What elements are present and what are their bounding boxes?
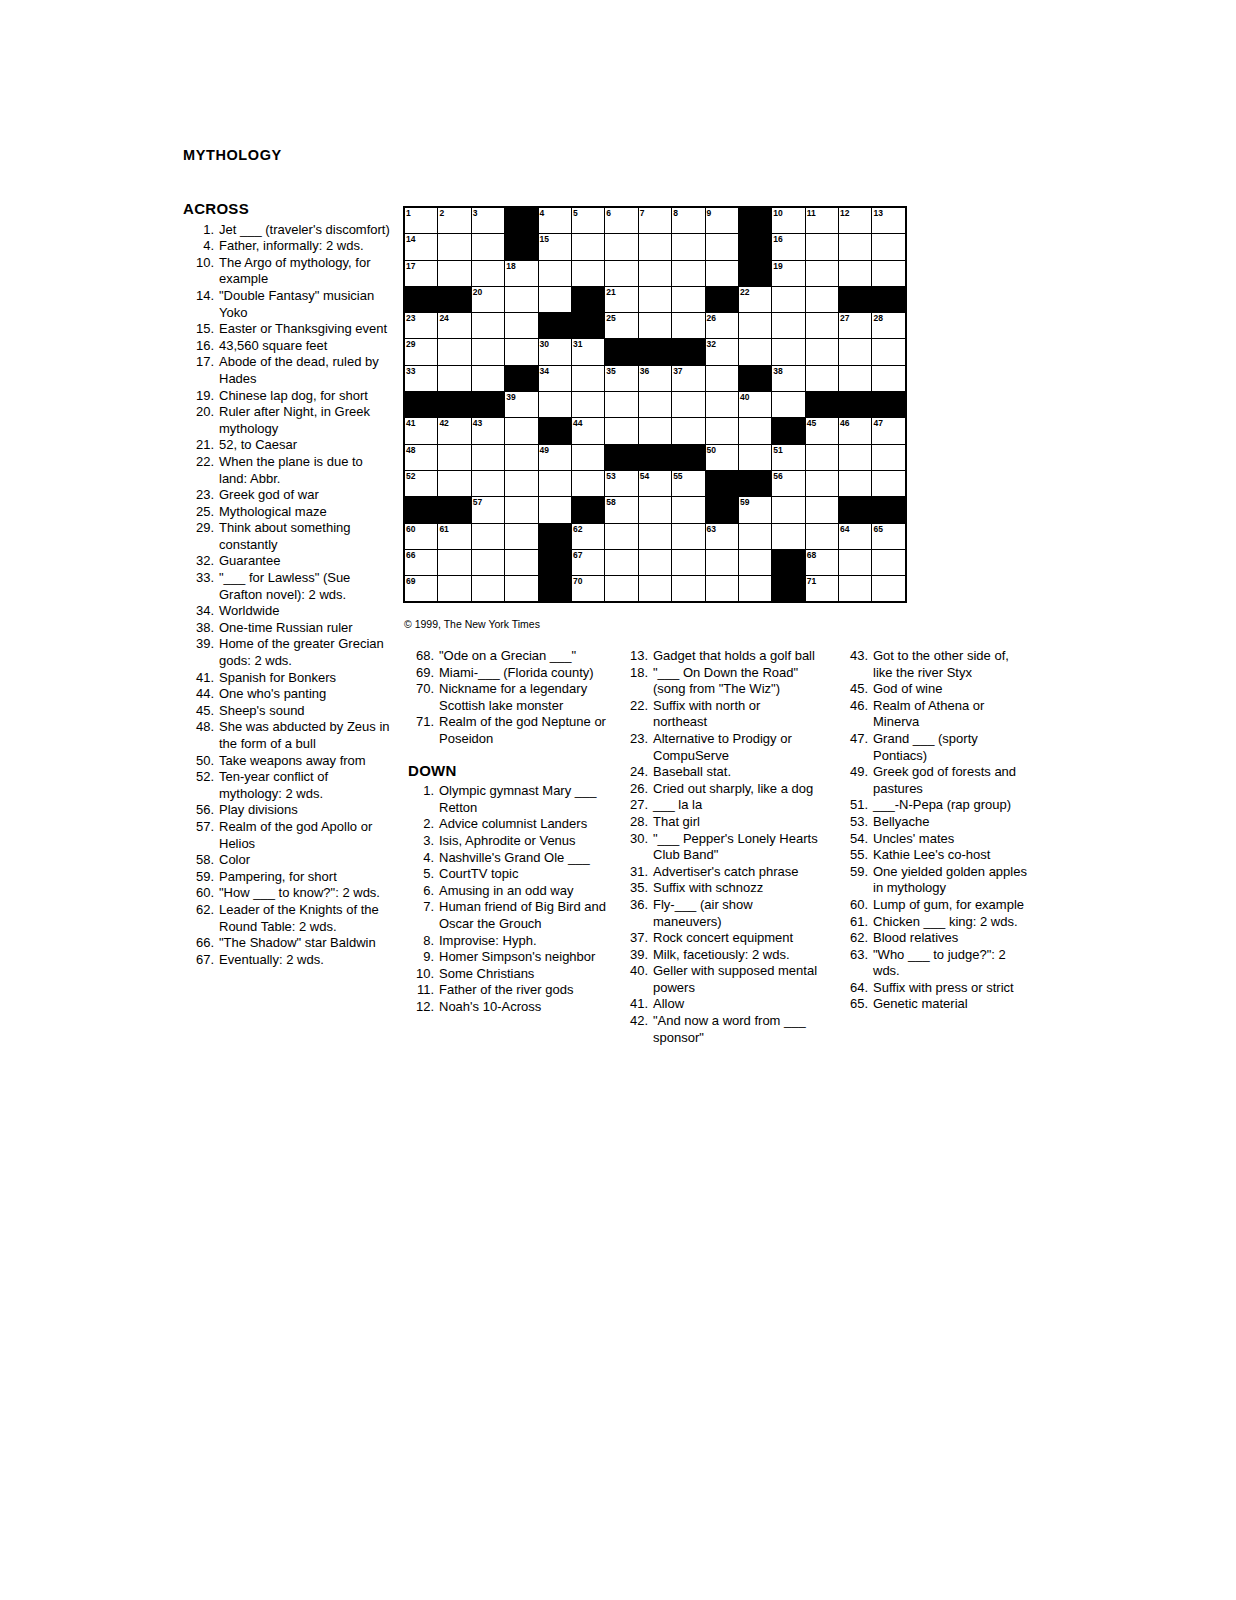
grid-cell[interactable] [872, 576, 904, 601]
grid-cell[interactable]: 58 [605, 497, 637, 522]
clue-number: 54. [842, 831, 873, 848]
clue-text: Bellyache [873, 814, 1030, 831]
down-header: DOWN [408, 763, 606, 780]
clue-item: 16.43,560 square feet [183, 338, 390, 355]
grid-cell[interactable]: 15 [539, 234, 571, 259]
grid-cell[interactable] [572, 366, 604, 391]
grid-cell[interactable] [572, 234, 604, 259]
grid-cell[interactable] [872, 366, 904, 391]
clue-item: 4.Father, informally: 2 wds. [183, 238, 390, 255]
clue-number: 59. [183, 869, 219, 886]
grid-cell[interactable] [839, 576, 871, 601]
clue-number: 32. [183, 553, 219, 570]
grid-cell[interactable] [706, 418, 738, 443]
grid-cell[interactable] [472, 339, 504, 364]
grid-cell[interactable] [639, 524, 671, 549]
clue-item: 59.Pampering, for short [183, 869, 390, 886]
grid-cell[interactable] [772, 497, 804, 522]
grid-cell[interactable]: 21 [605, 287, 637, 312]
black-cell [706, 287, 738, 312]
black-cell [639, 339, 671, 364]
cell-number: 2 [439, 208, 444, 218]
clue-text: Think about something constantly [219, 520, 390, 553]
grid-cell[interactable] [739, 445, 771, 470]
grid-cell[interactable] [505, 550, 537, 575]
grid-cell[interactable] [706, 366, 738, 391]
grid-cell[interactable]: 45 [806, 418, 838, 443]
cell-number: 16 [773, 234, 782, 244]
clue-item: 36.Fly-___ (air show maneuvers) [622, 897, 818, 930]
grid-cell[interactable]: 32 [706, 339, 738, 364]
clue-text: Guarantee [219, 553, 390, 570]
black-cell [605, 339, 637, 364]
clue-item: 14."Double Fantasy" musician Yoko [183, 288, 390, 321]
grid-cell[interactable]: 41 [405, 418, 437, 443]
cell-number: 70 [573, 576, 582, 586]
grid-cell[interactable] [539, 392, 571, 417]
grid-cell[interactable]: 36 [639, 366, 671, 391]
grid-cell[interactable]: 37 [672, 366, 704, 391]
grid-cell[interactable] [639, 497, 671, 522]
grid-cell[interactable]: 71 [806, 576, 838, 601]
grid-cell[interactable] [472, 445, 504, 470]
grid-cell[interactable] [672, 392, 704, 417]
grid-cell[interactable] [672, 497, 704, 522]
grid-cell[interactable]: 67 [572, 550, 604, 575]
clue-number: 37. [622, 930, 653, 947]
clue-text: Advertiser's catch phrase [653, 864, 818, 881]
grid-cell[interactable] [472, 524, 504, 549]
grid-cell[interactable]: 19 [772, 261, 804, 286]
grid-cell[interactable]: 7 [639, 208, 671, 233]
grid-cell[interactable] [839, 550, 871, 575]
cell-number: 48 [406, 445, 415, 455]
grid-cell[interactable]: 27 [839, 313, 871, 338]
grid-cell[interactable]: 6 [605, 208, 637, 233]
cell-number: 53 [606, 471, 615, 481]
cell-number: 6 [606, 208, 611, 218]
grid-cell[interactable] [472, 234, 504, 259]
grid-cell[interactable]: 17 [405, 261, 437, 286]
grid-cell[interactable]: 48 [405, 445, 437, 470]
grid-cell[interactable]: 39 [505, 392, 537, 417]
grid-cell[interactable]: 42 [438, 418, 470, 443]
grid-cell[interactable] [772, 339, 804, 364]
grid-cell[interactable] [438, 550, 470, 575]
grid-cell[interactable] [472, 313, 504, 338]
clue-number: 24. [622, 764, 653, 781]
clue-number: 39. [183, 636, 219, 669]
clue-item: 45.Sheep's sound [183, 703, 390, 720]
clue-text: Play divisions [219, 802, 390, 819]
grid-cell[interactable]: 11 [806, 208, 838, 233]
grid-cell[interactable]: 16 [772, 234, 804, 259]
clue-number: 68. [408, 648, 439, 665]
grid-cell[interactable] [839, 339, 871, 364]
crossword-grid[interactable]: 1234567891011121314151617181920212223242… [403, 206, 907, 603]
grid-cell[interactable] [639, 261, 671, 286]
grid-cell[interactable] [572, 471, 604, 496]
grid-cell[interactable]: 63 [706, 524, 738, 549]
black-cell [806, 392, 838, 417]
clue-item: 47.Grand ___ (sporty Pontiacs) [842, 731, 1030, 764]
clue-text: The Argo of mythology, for example [219, 255, 390, 288]
grid-cell[interactable] [472, 366, 504, 391]
grid-cell[interactable] [806, 287, 838, 312]
clue-item: 27.___ la la [622, 797, 818, 814]
cell-number: 54 [640, 471, 649, 481]
clue-number: 1. [183, 222, 219, 239]
clue-item: 30."___ Pepper's Lonely Hearts Club Band… [622, 831, 818, 864]
grid-cell[interactable] [639, 418, 671, 443]
cell-number: 69 [406, 576, 415, 586]
clue-number: 17. [183, 354, 219, 387]
cell-number: 42 [439, 418, 448, 428]
black-cell [739, 261, 771, 286]
grid-cell[interactable] [572, 445, 604, 470]
grid-cell[interactable] [872, 471, 904, 496]
clue-number: 46. [842, 698, 873, 731]
grid-cell[interactable] [505, 418, 537, 443]
black-cell [472, 392, 504, 417]
cell-number: 25 [606, 313, 615, 323]
clue-item: 62.Leader of the Knights of the Round Ta… [183, 902, 390, 935]
grid-cell[interactable] [672, 261, 704, 286]
grid-cell[interactable] [739, 313, 771, 338]
grid-cell[interactable]: 70 [572, 576, 604, 601]
grid-cell[interactable] [472, 576, 504, 601]
grid-cell[interactable] [572, 261, 604, 286]
clue-number: 21. [183, 437, 219, 454]
grid-cell[interactable] [539, 287, 571, 312]
cell-number: 8 [673, 208, 678, 218]
grid-cell[interactable]: 66 [405, 550, 437, 575]
grid-cell[interactable]: 9 [706, 208, 738, 233]
grid-cell[interactable] [806, 234, 838, 259]
clue-number: 23. [183, 487, 219, 504]
clue-item: 26.Cried out sharply, like a dog [622, 781, 818, 798]
grid-cell[interactable]: 59 [739, 497, 771, 522]
black-cell [872, 497, 904, 522]
grid-cell[interactable] [605, 234, 637, 259]
grid-cell[interactable] [739, 576, 771, 601]
grid-cell[interactable] [739, 418, 771, 443]
clue-item: 25.Mythological maze [183, 504, 390, 521]
grid-cell[interactable]: 51 [772, 445, 804, 470]
grid-cell[interactable] [839, 234, 871, 259]
grid-cell[interactable] [672, 524, 704, 549]
grid-cell[interactable] [806, 313, 838, 338]
grid-cell[interactable]: 25 [605, 313, 637, 338]
grid-cell[interactable] [438, 471, 470, 496]
clue-text: Jet ___ (traveler's discomfort) [219, 222, 390, 239]
clue-text: Alternative to Prodigy or CompuServe [653, 731, 818, 764]
grid-cell[interactable] [639, 287, 671, 312]
clue-number: 44. [183, 686, 219, 703]
grid-cell[interactable]: 62 [572, 524, 604, 549]
clue-text: Suffix with press or strict [873, 980, 1030, 997]
grid-cell[interactable] [672, 576, 704, 601]
clue-text: Realm of Athena or Minerva [873, 698, 1030, 731]
grid-cell[interactable] [438, 339, 470, 364]
grid-cell[interactable] [772, 313, 804, 338]
clue-column-2: 68."Ode on a Grecian ___"69.Miami-___ (F… [408, 648, 606, 1015]
grid-cell[interactable] [839, 445, 871, 470]
grid-cell[interactable]: 14 [405, 234, 437, 259]
clue-text: Suffix with north or northeast [653, 698, 818, 731]
clue-text: Mythological maze [219, 504, 390, 521]
grid-cell[interactable]: 43 [472, 418, 504, 443]
grid-cell[interactable] [505, 576, 537, 601]
grid-cell[interactable]: 50 [706, 445, 738, 470]
grid-cell[interactable]: 64 [839, 524, 871, 549]
grid-cell[interactable] [872, 234, 904, 259]
clue-number: 71. [408, 714, 439, 747]
clue-item: 57.Realm of the god Apollo or Helios [183, 819, 390, 852]
black-cell [772, 576, 804, 601]
grid-cell[interactable] [605, 524, 637, 549]
down-clues-3: 43.Got to the other side of, like the ri… [842, 648, 1030, 1013]
clue-text: Homer Simpson's neighbor [439, 949, 606, 966]
grid-cell[interactable]: 2 [438, 208, 470, 233]
clue-text: Worldwide [219, 603, 390, 620]
clue-text: Lump of gum, for example [873, 897, 1030, 914]
grid-cell[interactable]: 23 [405, 313, 437, 338]
clue-text: One-time Russian ruler [219, 620, 390, 637]
grid-cell[interactable] [872, 339, 904, 364]
grid-cell[interactable] [739, 550, 771, 575]
grid-cell[interactable] [605, 550, 637, 575]
cell-number: 67 [573, 550, 582, 560]
grid-cell[interactable] [672, 418, 704, 443]
grid-cell[interactable]: 10 [772, 208, 804, 233]
grid-cell[interactable] [605, 576, 637, 601]
grid-cell[interactable] [505, 445, 537, 470]
grid-cell[interactable]: 40 [739, 392, 771, 417]
grid-cell[interactable]: 4 [539, 208, 571, 233]
grid-cell[interactable]: 54 [639, 471, 671, 496]
clue-item: 24.Baseball stat. [622, 764, 818, 781]
clue-item: 22.When the plane is due to land: Abbr. [183, 454, 390, 487]
grid-cell[interactable]: 22 [739, 287, 771, 312]
grid-cell[interactable] [672, 313, 704, 338]
grid-cell[interactable]: 8 [672, 208, 704, 233]
clue-number: 13. [622, 648, 653, 665]
grid-cell[interactable]: 49 [539, 445, 571, 470]
clue-text: CourtTV topic [439, 866, 606, 883]
grid-cell[interactable]: 34 [539, 366, 571, 391]
cell-number: 37 [673, 366, 682, 376]
clue-text: ___-N-Pepa (rap group) [873, 797, 1030, 814]
clue-text: Pampering, for short [219, 869, 390, 886]
grid-cell[interactable] [572, 392, 604, 417]
grid-cell[interactable]: 24 [438, 313, 470, 338]
grid-cell[interactable]: 33 [405, 366, 437, 391]
grid-cell[interactable] [605, 418, 637, 443]
cell-number: 34 [540, 366, 549, 376]
grid-cell[interactable] [639, 234, 671, 259]
grid-cell[interactable]: 61 [438, 524, 470, 549]
clue-number: 31. [622, 864, 653, 881]
cell-number: 12 [840, 208, 849, 218]
clue-item: 38.One-time Russian ruler [183, 620, 390, 637]
grid-cell[interactable] [706, 576, 738, 601]
black-cell [505, 208, 537, 233]
grid-cell[interactable] [806, 471, 838, 496]
grid-cell[interactable]: 29 [405, 339, 437, 364]
grid-cell[interactable]: 30 [539, 339, 571, 364]
grid-cell[interactable] [472, 550, 504, 575]
black-cell [739, 366, 771, 391]
grid-cell[interactable] [772, 524, 804, 549]
grid-cell[interactable] [672, 287, 704, 312]
grid-cell[interactable] [539, 471, 571, 496]
grid-cell[interactable]: 44 [572, 418, 604, 443]
grid-cell[interactable] [672, 550, 704, 575]
grid-cell[interactable]: 31 [572, 339, 604, 364]
grid-cell[interactable]: 60 [405, 524, 437, 549]
clue-item: 18."___ On Down the Road" (song from "Th… [622, 665, 818, 698]
black-cell [405, 287, 437, 312]
clue-number: 22. [622, 698, 653, 731]
grid-cell[interactable] [872, 445, 904, 470]
grid-cell[interactable]: 55 [672, 471, 704, 496]
grid-cell[interactable] [505, 287, 537, 312]
grid-cell[interactable] [772, 392, 804, 417]
grid-cell[interactable]: 46 [839, 418, 871, 443]
across-header: ACROSS [183, 201, 390, 218]
grid-cell[interactable] [639, 392, 671, 417]
grid-cell[interactable]: 38 [772, 366, 804, 391]
grid-cell[interactable]: 3 [472, 208, 504, 233]
grid-cell[interactable]: 18 [505, 261, 537, 286]
grid-cell[interactable] [505, 497, 537, 522]
grid-cell[interactable] [739, 524, 771, 549]
grid-cell[interactable]: 65 [872, 524, 904, 549]
grid-cell[interactable] [806, 497, 838, 522]
cell-number: 39 [506, 392, 515, 402]
black-cell [572, 313, 604, 338]
clue-text: Take weapons away from [219, 753, 390, 770]
clue-text: That girl [653, 814, 818, 831]
grid-cell[interactable] [438, 234, 470, 259]
grid-cell[interactable] [806, 445, 838, 470]
grid-cell[interactable]: 57 [472, 497, 504, 522]
clue-number: 64. [842, 980, 873, 997]
clue-item: 65.Genetic material [842, 996, 1030, 1013]
grid-cell[interactable] [706, 392, 738, 417]
clue-number: 7. [408, 899, 439, 932]
grid-cell[interactable]: 28 [872, 313, 904, 338]
grid-cell[interactable] [706, 550, 738, 575]
grid-cell[interactable] [505, 313, 537, 338]
grid-cell[interactable] [839, 261, 871, 286]
clue-item: 54.Uncles' mates [842, 831, 1030, 848]
grid-cell[interactable] [706, 234, 738, 259]
cell-number: 33 [406, 366, 415, 376]
grid-cell[interactable] [806, 339, 838, 364]
grid-cell[interactable]: 68 [806, 550, 838, 575]
black-cell [639, 445, 671, 470]
grid-cell[interactable]: 47 [872, 418, 904, 443]
grid-cell[interactable] [839, 471, 871, 496]
grid-cell[interactable] [806, 366, 838, 391]
grid-cell[interactable] [772, 287, 804, 312]
clue-item: 60."How ___ to know?": 2 wds. [183, 885, 390, 902]
clue-item: 5.CourtTV topic [408, 866, 606, 883]
grid-cell[interactable]: 56 [772, 471, 804, 496]
grid-cell[interactable] [639, 550, 671, 575]
clue-item: 46.Realm of Athena or Minerva [842, 698, 1030, 731]
grid-cell[interactable]: 35 [605, 366, 637, 391]
grid-cell[interactable]: 53 [605, 471, 637, 496]
grid-cell[interactable] [539, 497, 571, 522]
grid-cell[interactable] [472, 261, 504, 286]
grid-cell[interactable]: 26 [706, 313, 738, 338]
clue-item: 20.Ruler after Night, in Greek mythology [183, 404, 390, 437]
grid-cell[interactable]: 13 [872, 208, 904, 233]
grid-cell[interactable] [438, 366, 470, 391]
clue-number: 61. [842, 914, 873, 931]
grid-cell[interactable]: 69 [405, 576, 437, 601]
cell-number: 61 [439, 524, 448, 534]
clue-number: 45. [842, 681, 873, 698]
black-cell [438, 287, 470, 312]
grid-cell[interactable] [806, 261, 838, 286]
cell-number: 30 [540, 339, 549, 349]
clue-number: 25. [183, 504, 219, 521]
clue-item: 61.Chicken ___ king: 2 wds. [842, 914, 1030, 931]
grid-cell[interactable] [505, 339, 537, 364]
grid-cell[interactable] [806, 524, 838, 549]
grid-cell[interactable] [539, 261, 571, 286]
cell-number: 44 [573, 418, 582, 428]
clue-item: 23.Greek god of war [183, 487, 390, 504]
grid-cell[interactable] [872, 261, 904, 286]
grid-cell[interactable] [438, 576, 470, 601]
clue-number: 16. [183, 338, 219, 355]
clue-number: 34. [183, 603, 219, 620]
clue-text: Cried out sharply, like a dog [653, 781, 818, 798]
grid-cell[interactable] [739, 339, 771, 364]
grid-cell[interactable] [605, 261, 637, 286]
grid-cell[interactable] [505, 524, 537, 549]
grid-cell[interactable] [472, 471, 504, 496]
grid-cell[interactable] [639, 313, 671, 338]
grid-cell[interactable] [505, 471, 537, 496]
clue-number: 63. [842, 947, 873, 980]
clue-item: 29.Think about something constantly [183, 520, 390, 553]
grid-cell[interactable]: 1 [405, 208, 437, 233]
grid-cell[interactable] [706, 261, 738, 286]
cell-number: 3 [473, 208, 478, 218]
clue-text: Genetic material [873, 996, 1030, 1013]
grid-cell[interactable] [605, 392, 637, 417]
grid-cell[interactable] [438, 261, 470, 286]
cell-number: 14 [406, 234, 415, 244]
clue-text: "___ On Down the Road" (song from "The W… [653, 665, 818, 698]
grid-cell[interactable]: 12 [839, 208, 871, 233]
cell-number: 55 [673, 471, 682, 481]
grid-cell[interactable]: 5 [572, 208, 604, 233]
grid-cell[interactable] [672, 234, 704, 259]
grid-cell[interactable]: 52 [405, 471, 437, 496]
grid-cell[interactable] [639, 576, 671, 601]
grid-cell[interactable] [872, 550, 904, 575]
grid-cell[interactable] [438, 445, 470, 470]
grid-cell[interactable] [839, 366, 871, 391]
grid-cell[interactable]: 20 [472, 287, 504, 312]
